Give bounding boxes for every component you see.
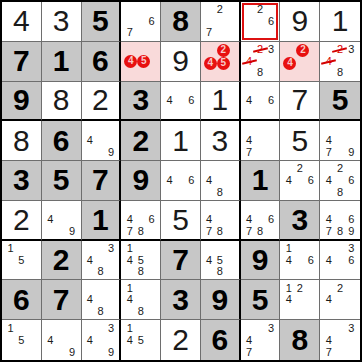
candidate-4: 4	[244, 55, 255, 67]
cell-r6c9[interactable]: 46789	[320, 201, 360, 241]
cell-r3c3[interactable]: 2	[82, 82, 122, 122]
cell-r2c4[interactable]: 45	[121, 42, 161, 82]
cell-r7c1[interactable]: 15	[2, 241, 42, 281]
given-digit: 5	[92, 6, 109, 36]
candidate-1: 1	[283, 243, 294, 255]
candidate-3: 3	[266, 44, 277, 56]
candidate-6: 6	[305, 254, 316, 266]
pencil-marks: 47	[241, 121, 280, 160]
cell-r2c7[interactable]: 2348	[241, 42, 281, 82]
candidate-1: 1	[5, 243, 16, 255]
cell-r6c2[interactable]: 49	[42, 201, 82, 241]
cell-r1c6[interactable]: 27	[201, 2, 241, 42]
candidate-5: 5	[137, 55, 150, 68]
pencil-marks: 124	[280, 280, 319, 319]
solved-digit: 5	[172, 205, 189, 235]
solved-digit: 4	[13, 6, 30, 36]
given-digit: 6	[211, 325, 228, 355]
candidate-8: 8	[214, 266, 225, 278]
candidate-6: 6	[346, 214, 357, 225]
pencil-marks: 46	[241, 82, 280, 120]
pencil-marks: 479	[320, 121, 360, 160]
given-digit: 7	[92, 165, 109, 195]
cell-r8c5[interactable]: 3	[161, 280, 201, 320]
candidate-6: 6	[146, 16, 157, 28]
pencil-marks: 347	[320, 320, 360, 360]
candidate-9: 9	[67, 225, 78, 236]
candidate-4: 4	[323, 334, 334, 346]
cell-r3c4[interactable]: 3	[121, 82, 161, 122]
candidate-6: 6	[186, 95, 197, 106]
candidate-1: 1	[124, 243, 135, 255]
solved-digit: 3	[53, 6, 70, 36]
candidate-4: 4	[283, 175, 294, 187]
candidate-8: 8	[214, 186, 225, 198]
cell-r7c7[interactable]: 9	[241, 241, 281, 281]
cell-r6c6[interactable]: 478	[201, 201, 241, 241]
sudoku-board: 4356782726917164592452348242348982346146…	[0, 0, 362, 362]
candidate-4: 4	[124, 55, 137, 68]
candidate-3: 3	[266, 322, 277, 334]
given-digit: 9	[252, 245, 269, 275]
cell-r2c5[interactable]: 9	[161, 42, 201, 82]
solved-digit: 1	[172, 126, 189, 156]
cell-r2c3[interactable]: 6	[82, 42, 122, 82]
cell-r8c8[interactable]: 124	[280, 280, 320, 320]
cell-r6c8[interactable]: 3	[280, 201, 320, 241]
cell-r9c4[interactable]: 145	[121, 320, 161, 360]
pencil-marks: 4678	[121, 201, 160, 239]
cell-r4c7[interactable]: 47	[241, 121, 281, 161]
candidate-6: 6	[305, 175, 316, 187]
pencil-marks: 349	[82, 320, 120, 360]
given-digit: 9	[211, 285, 228, 315]
given-digit: 3	[291, 205, 308, 235]
cell-r8c9[interactable]: 24	[320, 280, 360, 320]
candidate-4: 4	[85, 135, 96, 147]
candidate-8: 8	[334, 67, 345, 79]
candidate-7: 7	[124, 225, 135, 236]
cell-r1c8[interactable]: 9	[280, 2, 320, 42]
candidate-1: 1	[124, 282, 135, 294]
candidate-3: 3	[106, 243, 117, 255]
candidate-9: 9	[106, 147, 117, 159]
given-digit: 9	[13, 85, 30, 115]
given-digit: 5	[332, 85, 349, 115]
solved-digit: 9	[291, 6, 308, 36]
cell-r5c3[interactable]: 7	[82, 161, 122, 201]
candidate-6: 6	[346, 254, 357, 266]
cell-r4c3[interactable]: 49	[82, 121, 122, 161]
candidate-2: 2	[294, 282, 305, 294]
cell-r4c8[interactable]: 5	[280, 121, 320, 161]
cell-r9c1[interactable]: 15	[2, 320, 42, 360]
candidate-4: 4	[85, 334, 96, 346]
cell-r9c3[interactable]: 349	[82, 320, 122, 360]
given-digit: 8	[291, 325, 308, 355]
cell-r9c8[interactable]: 8	[280, 320, 320, 360]
candidate-9: 9	[346, 225, 357, 236]
cell-r3c1[interactable]: 9	[2, 82, 42, 122]
candidate-8: 8	[135, 266, 146, 278]
given-digit: 1	[252, 165, 269, 195]
candidate-5: 5	[16, 254, 27, 266]
candidate-4: 4	[244, 95, 255, 106]
candidate-4: 4	[124, 334, 135, 346]
candidate-7: 7	[323, 346, 334, 358]
candidate-8: 8	[95, 306, 106, 318]
candidate-5: 5	[135, 334, 146, 346]
cell-r9c6[interactable]: 6	[201, 320, 241, 360]
candidate-9: 9	[106, 346, 117, 358]
candidate-6: 6	[266, 16, 277, 28]
cell-r4c2[interactable]: 6	[42, 121, 82, 161]
candidate-5: 5	[217, 57, 230, 70]
cell-r3c5[interactable]: 46	[161, 82, 201, 122]
candidate-4: 4	[323, 214, 334, 225]
candidate-8: 8	[135, 225, 146, 236]
pencil-marks: 48	[201, 161, 239, 200]
candidate-2: 2	[296, 44, 309, 57]
candidate-4: 4	[45, 334, 56, 346]
cell-r7c6[interactable]: 458	[201, 241, 241, 281]
cell-r5c4[interactable]: 9	[121, 161, 161, 201]
cell-r5c7[interactable]: 1	[241, 161, 281, 201]
candidate-2: 2	[255, 4, 266, 16]
pencil-marks: 458	[201, 241, 239, 280]
cell-r1c5[interactable]: 8	[161, 2, 201, 42]
cell-r1c7[interactable]: 26	[241, 2, 281, 42]
candidate-2: 2	[334, 163, 345, 175]
cell-r6c1[interactable]: 2	[2, 201, 42, 241]
solved-digit: 2	[92, 85, 109, 115]
pencil-marks: 2468	[320, 161, 360, 200]
candidate-4: 4	[244, 135, 255, 147]
cell-r2c1[interactable]: 7	[2, 42, 42, 82]
candidate-4: 4	[45, 214, 56, 225]
candidate-2: 2	[217, 44, 230, 57]
given-digit: 9	[132, 165, 149, 195]
pencil-marks: 245	[201, 42, 239, 81]
candidate-9: 9	[67, 346, 78, 358]
given-digit: 7	[53, 285, 70, 315]
cell-r3c9[interactable]: 5	[320, 82, 360, 122]
candidate-8: 8	[135, 306, 146, 318]
pencil-marks: 148	[121, 280, 160, 319]
candidate-9: 9	[346, 147, 357, 159]
candidate-7: 7	[323, 147, 334, 159]
pencil-marks: 24	[280, 42, 319, 81]
candidate-3: 3	[106, 322, 117, 334]
candidate-4: 4	[204, 254, 215, 266]
cell-r8c6[interactable]: 9	[201, 280, 241, 320]
candidate-6: 6	[146, 214, 157, 225]
given-digit: 3	[132, 85, 149, 115]
candidate-4: 4	[164, 175, 175, 187]
pencil-marks: 478	[201, 201, 239, 239]
candidate-7: 7	[244, 147, 255, 159]
pencil-marks: 2348	[320, 42, 360, 81]
candidate-8: 8	[95, 266, 106, 278]
candidate-1: 1	[5, 322, 16, 334]
cell-r3c6[interactable]: 1	[201, 82, 241, 122]
given-digit: 6	[53, 126, 70, 156]
candidate-1: 1	[124, 322, 135, 334]
given-digit: 2	[132, 126, 149, 156]
pencil-marks: 15	[2, 320, 41, 360]
solved-digit: 1	[211, 85, 228, 115]
solved-digit: 5	[291, 126, 308, 156]
solved-digit: 8	[53, 85, 70, 115]
cell-r9c2[interactable]: 49	[42, 320, 82, 360]
cell-r4c9[interactable]: 479	[320, 121, 360, 161]
given-digit: 8	[172, 6, 189, 36]
candidate-6: 6	[266, 95, 277, 106]
pencil-marks: 146	[280, 241, 319, 280]
candidate-7: 7	[204, 225, 215, 236]
candidate-6: 6	[186, 175, 197, 187]
solved-digit: 1	[332, 6, 349, 36]
candidate-5: 5	[214, 254, 225, 266]
candidate-8: 8	[334, 225, 345, 236]
candidate-7: 7	[323, 225, 334, 236]
cell-r5c9[interactable]: 2468	[320, 161, 360, 201]
pencil-marks: 4678	[241, 201, 280, 239]
cell-r8c4[interactable]: 148	[121, 280, 161, 320]
candidate-4: 4	[124, 294, 135, 306]
pencil-marks: 26	[241, 2, 280, 41]
candidate-2: 2	[214, 4, 225, 16]
candidate-4: 4	[323, 55, 334, 67]
cell-r7c5[interactable]: 7	[161, 241, 201, 281]
cell-r2c9[interactable]: 2348	[320, 42, 360, 82]
solved-digit: 7	[291, 85, 308, 115]
candidate-2: 2	[334, 282, 345, 294]
cell-r7c9[interactable]: 346	[320, 241, 360, 281]
cell-r8c2[interactable]: 7	[42, 280, 82, 320]
candidate-4: 4	[244, 214, 255, 225]
candidate-7: 7	[244, 225, 255, 236]
given-digit: 6	[13, 285, 30, 315]
cell-r8c7[interactable]: 5	[241, 280, 281, 320]
candidate-4: 4	[164, 95, 175, 106]
candidate-1: 1	[283, 282, 294, 294]
cell-r5c2[interactable]: 5	[42, 161, 82, 201]
cell-r3c8[interactable]: 7	[280, 82, 320, 122]
cell-r6c4[interactable]: 4678	[121, 201, 161, 241]
cell-r9c9[interactable]: 347	[320, 320, 360, 360]
candidate-4: 4	[323, 135, 334, 147]
given-digit: 7	[172, 245, 189, 275]
cell-r7c2[interactable]: 2	[42, 241, 82, 281]
candidate-7: 7	[124, 27, 135, 39]
cell-r7c8[interactable]: 146	[280, 241, 320, 281]
candidate-8: 8	[255, 67, 266, 79]
cell-r9c7[interactable]: 347	[241, 320, 281, 360]
candidate-4: 4	[85, 254, 96, 266]
given-digit: 3	[13, 165, 30, 195]
pencil-marks: 67	[121, 2, 160, 41]
cell-r7c4[interactable]: 1458	[121, 241, 161, 281]
cell-r3c2[interactable]: 8	[42, 82, 82, 122]
cell-r5c1[interactable]: 3	[2, 161, 42, 201]
given-digit: 1	[53, 46, 70, 76]
solved-digit: 9	[172, 46, 189, 76]
cell-r7c3[interactable]: 348	[82, 241, 122, 281]
given-digit: 5	[53, 165, 70, 195]
candidate-4: 4	[283, 254, 294, 266]
candidate-5: 5	[135, 254, 146, 266]
candidate-7: 7	[204, 27, 215, 39]
solved-digit: 2	[13, 205, 30, 235]
pencil-marks: 49	[82, 121, 120, 160]
pencil-marks: 346	[320, 241, 360, 280]
cell-r5c6[interactable]: 48	[201, 161, 241, 201]
cell-r2c2[interactable]: 1	[42, 42, 82, 82]
pencil-marks: 27	[201, 2, 239, 41]
candidate-3: 3	[346, 44, 357, 56]
candidate-4: 4	[244, 334, 255, 346]
pencil-marks: 46	[161, 161, 200, 200]
cell-r9c5[interactable]: 2	[161, 320, 201, 360]
candidate-8: 8	[334, 186, 345, 198]
candidate-4: 4	[323, 175, 334, 187]
candidate-4: 4	[323, 254, 334, 266]
candidate-4: 4	[283, 294, 294, 306]
cell-r2c6[interactable]: 245	[201, 42, 241, 82]
pencil-marks: 2348	[241, 42, 280, 81]
candidate-8: 8	[214, 225, 225, 236]
pencil-marks: 46789	[320, 201, 360, 239]
candidate-5: 5	[16, 334, 27, 346]
cell-r4c1[interactable]: 8	[2, 121, 42, 161]
candidate-4: 4	[204, 57, 217, 70]
candidate-2: 2	[334, 44, 345, 56]
candidate-4: 4	[323, 294, 334, 306]
pencil-marks: 48	[82, 280, 120, 319]
candidate-4: 4	[124, 214, 135, 225]
candidate-4: 4	[124, 254, 135, 266]
given-digit: 3	[172, 285, 189, 315]
pencil-marks: 46	[161, 82, 200, 120]
candidate-4: 4	[85, 294, 96, 306]
candidate-3: 3	[346, 322, 357, 334]
pencil-marks: 1458	[121, 241, 160, 280]
candidate-4: 4	[204, 175, 215, 187]
cell-r4c6[interactable]: 3	[201, 121, 241, 161]
candidate-6: 6	[346, 175, 357, 187]
cell-r4c5[interactable]: 1	[161, 121, 201, 161]
cell-r1c2[interactable]: 3	[42, 2, 82, 42]
pencil-marks: 24	[320, 280, 360, 319]
given-digit: 7	[13, 46, 30, 76]
candidate-4: 4	[204, 214, 215, 225]
cell-r2c8[interactable]: 24	[280, 42, 320, 82]
cell-r5c8[interactable]: 246	[280, 161, 320, 201]
pencil-marks: 15	[2, 241, 41, 280]
given-digit: 6	[92, 46, 109, 76]
cell-r4c4[interactable]: 2	[121, 121, 161, 161]
cell-r1c4[interactable]: 67	[121, 2, 161, 42]
candidate-2: 2	[294, 163, 305, 175]
candidate-3: 3	[346, 243, 357, 255]
cell-r5c5[interactable]: 46	[161, 161, 201, 201]
candidate-8: 8	[255, 225, 266, 236]
solved-digit: 8	[13, 126, 30, 156]
cell-r8c1[interactable]: 6	[2, 280, 42, 320]
candidate-4: 4	[283, 57, 296, 70]
cell-r6c7[interactable]: 4678	[241, 201, 281, 241]
given-digit: 5	[252, 285, 269, 315]
cell-r1c1[interactable]: 4	[2, 2, 42, 42]
pencil-marks: 246	[280, 161, 319, 200]
pencil-marks: 49	[42, 201, 81, 239]
cell-r1c3[interactable]: 5	[82, 2, 122, 42]
candidate-6: 6	[266, 214, 277, 225]
solved-digit: 3	[211, 126, 228, 156]
candidate-7: 7	[244, 346, 255, 358]
cell-r3c7[interactable]: 46	[241, 82, 281, 122]
given-digit: 2	[53, 245, 70, 275]
cell-r6c3[interactable]: 1	[82, 201, 122, 241]
candidate-2: 2	[255, 44, 266, 56]
pencil-marks: 145	[121, 320, 160, 360]
pencil-marks: 347	[241, 320, 280, 360]
solved-digit: 2	[172, 325, 189, 355]
pencil-marks: 45	[121, 42, 160, 81]
pencil-marks: 49	[42, 320, 81, 360]
cell-r6c5[interactable]: 5	[161, 201, 201, 241]
cell-r1c9[interactable]: 1	[320, 2, 360, 42]
cell-r8c3[interactable]: 48	[82, 280, 122, 320]
pencil-marks: 348	[82, 241, 120, 280]
given-digit: 1	[92, 205, 109, 235]
